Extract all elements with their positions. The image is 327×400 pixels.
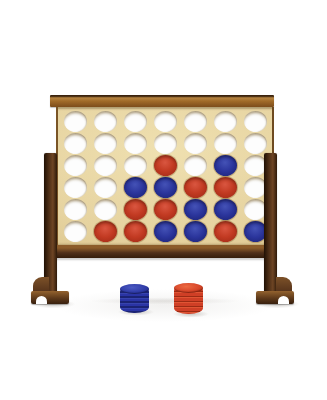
cell-r4c3[interactable] xyxy=(120,176,150,198)
red-disc xyxy=(184,177,207,198)
cell-r4c5[interactable] xyxy=(180,176,210,198)
board-top-rail xyxy=(50,95,274,107)
cell-r3c5[interactable] xyxy=(180,154,210,176)
empty-hole xyxy=(64,199,87,220)
blue-disc xyxy=(154,177,177,198)
blue-disc xyxy=(124,177,147,198)
cell-r5c3[interactable] xyxy=(120,199,150,221)
blue-disc xyxy=(184,221,207,242)
red-disc xyxy=(154,199,177,220)
empty-hole xyxy=(154,111,177,132)
left-foot-arch-cutout xyxy=(36,296,47,304)
cell-r2c7[interactable] xyxy=(240,132,270,154)
cell-r2c2[interactable] xyxy=(90,132,120,154)
red-disc xyxy=(154,155,177,176)
blue-stack-top-disc xyxy=(120,284,149,294)
game-board xyxy=(56,107,274,246)
empty-hole xyxy=(184,133,207,154)
cell-r5c5[interactable] xyxy=(180,199,210,221)
cell-r1c7[interactable] xyxy=(240,110,270,132)
cell-r2c4[interactable] xyxy=(150,132,180,154)
cell-r5c6[interactable] xyxy=(210,199,240,221)
red-stack-top-disc xyxy=(174,283,203,293)
cell-r3c4[interactable] xyxy=(150,154,180,176)
cell-r5c2[interactable] xyxy=(90,199,120,221)
cell-r2c5[interactable] xyxy=(180,132,210,154)
empty-hole xyxy=(244,133,267,154)
cell-r6c4[interactable] xyxy=(150,221,180,243)
stand-shadow xyxy=(60,296,270,306)
cell-r3c2[interactable] xyxy=(90,154,120,176)
blue-disc xyxy=(214,199,237,220)
empty-hole xyxy=(214,111,237,132)
cell-r3c1[interactable] xyxy=(60,154,90,176)
cell-r1c1[interactable] xyxy=(60,110,90,132)
empty-hole xyxy=(64,221,87,242)
cell-r3c3[interactable] xyxy=(120,154,150,176)
cell-r5c4[interactable] xyxy=(150,199,180,221)
cell-r1c4[interactable] xyxy=(150,110,180,132)
cell-r4c6[interactable] xyxy=(210,176,240,198)
cell-r2c1[interactable] xyxy=(60,132,90,154)
cell-r5c1[interactable] xyxy=(60,199,90,221)
empty-hole xyxy=(124,111,147,132)
cell-r4c1[interactable] xyxy=(60,176,90,198)
cell-r1c5[interactable] xyxy=(180,110,210,132)
cell-r6c2[interactable] xyxy=(90,221,120,243)
empty-hole xyxy=(94,199,117,220)
cell-r6c5[interactable] xyxy=(180,221,210,243)
blue-disc xyxy=(154,221,177,242)
empty-hole xyxy=(184,111,207,132)
empty-hole xyxy=(64,155,87,176)
cell-r4c4[interactable] xyxy=(150,176,180,198)
red-disc-stack[interactable] xyxy=(174,283,203,314)
red-disc xyxy=(124,199,147,220)
empty-hole xyxy=(94,111,117,132)
empty-hole xyxy=(64,133,87,154)
board-bottom-rail xyxy=(50,245,274,258)
empty-hole xyxy=(214,133,237,154)
blue-disc-stack[interactable] xyxy=(120,284,149,313)
empty-hole xyxy=(184,155,207,176)
cell-r6c6[interactable] xyxy=(210,221,240,243)
red-disc xyxy=(124,221,147,242)
product-photo xyxy=(0,0,327,400)
cell-r1c3[interactable] xyxy=(120,110,150,132)
empty-hole xyxy=(94,133,117,154)
cell-r2c6[interactable] xyxy=(210,132,240,154)
cell-r6c1[interactable] xyxy=(60,221,90,243)
red-disc xyxy=(94,221,117,242)
red-disc xyxy=(214,221,237,242)
blue-disc xyxy=(214,155,237,176)
cell-r1c6[interactable] xyxy=(210,110,240,132)
cell-r2c3[interactable] xyxy=(120,132,150,154)
blue-disc xyxy=(184,199,207,220)
empty-hole xyxy=(124,155,147,176)
right-foot xyxy=(256,267,294,304)
cell-r6c3[interactable] xyxy=(120,221,150,243)
cell-r1c2[interactable] xyxy=(90,110,120,132)
empty-hole xyxy=(244,111,267,132)
cell-r4c2[interactable] xyxy=(90,176,120,198)
empty-hole xyxy=(64,177,87,198)
empty-hole xyxy=(64,111,87,132)
cell-r3c6[interactable] xyxy=(210,154,240,176)
board-grid xyxy=(60,110,270,243)
empty-hole xyxy=(94,177,117,198)
right-foot-arch-cutout xyxy=(278,296,289,304)
empty-hole xyxy=(94,155,117,176)
left-foot xyxy=(31,267,69,304)
empty-hole xyxy=(154,133,177,154)
empty-hole xyxy=(124,133,147,154)
red-disc xyxy=(214,177,237,198)
